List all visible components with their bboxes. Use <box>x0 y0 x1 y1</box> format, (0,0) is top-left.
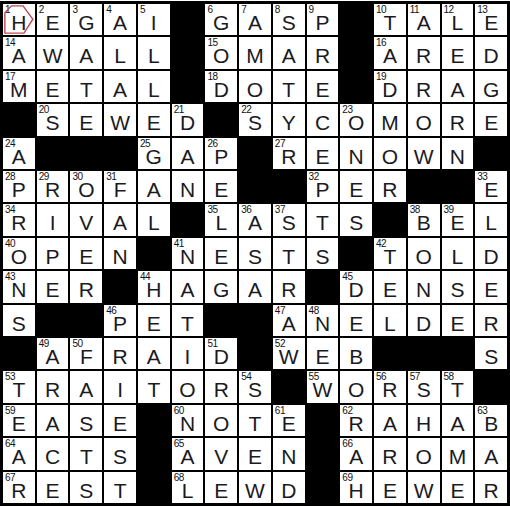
cell-r4c3[interactable]: E <box>70 104 102 135</box>
cell-r7c9[interactable]: 37S <box>273 204 305 235</box>
cell-r7c7[interactable]: 35L <box>205 204 237 235</box>
cell-r4c9[interactable]: Y <box>273 104 305 135</box>
cell-letter: O <box>408 446 440 468</box>
cell-letter: R <box>374 379 406 401</box>
cell-r3c10[interactable]: E <box>307 71 339 102</box>
cell-r8c1[interactable]: 40O <box>3 238 35 269</box>
cell-letter: S <box>273 212 305 234</box>
cell-r14c8[interactable]: E <box>239 438 271 469</box>
cell-letter: D <box>374 79 406 101</box>
cell-r6c2[interactable]: 29R <box>37 171 69 202</box>
cell-letter: P <box>307 12 339 34</box>
cell-letter: O <box>408 246 440 268</box>
cell-r5c7[interactable]: 26P <box>205 138 237 169</box>
cell-r10c11[interactable]: E <box>340 305 372 336</box>
cell-r13c11[interactable]: 62R <box>340 405 372 436</box>
cell-r11c9[interactable]: 52W <box>273 338 305 369</box>
black-cell-r6c8 <box>239 171 271 202</box>
black-cell-r10c7 <box>205 305 237 336</box>
cell-letter: S <box>273 12 305 34</box>
cell-r4c13[interactable]: O <box>408 104 440 135</box>
cell-r2c14[interactable]: E <box>442 37 474 68</box>
cell-letter: R <box>3 212 35 234</box>
cell-r2c7[interactable]: 15O <box>205 37 237 68</box>
cell-r1c13[interactable]: 11A <box>408 4 440 35</box>
cell-r3c7[interactable]: 18D <box>205 71 237 102</box>
cell-r6c1[interactable]: 28P <box>3 171 35 202</box>
cell-r10c4[interactable]: 46P <box>104 305 136 336</box>
cell-r13c6[interactable]: 60N <box>172 405 204 436</box>
cell-letter: A <box>172 279 204 301</box>
cell-r14c1[interactable]: 64A <box>3 438 35 469</box>
cell-r13c4[interactable]: E <box>104 405 136 436</box>
cell-letter: O <box>408 112 440 134</box>
cell-letter: R <box>475 480 507 502</box>
cell-r6c11[interactable]: E <box>340 171 372 202</box>
cell-r11c15[interactable]: S <box>475 338 507 369</box>
cell-r13c9[interactable]: 61E <box>273 405 305 436</box>
cell-letter: L <box>138 79 170 101</box>
cell-r15c4[interactable]: T <box>104 472 136 503</box>
cell-r11c5[interactable]: A <box>138 338 170 369</box>
cell-r4c10[interactable]: C <box>307 104 339 135</box>
cell-letter: G <box>205 279 237 301</box>
cell-r2c12[interactable]: 16A <box>374 37 406 68</box>
cell-r7c15[interactable]: L <box>475 204 507 235</box>
cell-r9c7[interactable]: G <box>205 271 237 302</box>
cell-letter: E <box>37 12 69 34</box>
cell-r1c2[interactable]: 2E <box>37 4 69 35</box>
cell-r8c6[interactable]: 41N <box>172 238 204 269</box>
cell-r9c15[interactable]: E <box>475 271 507 302</box>
cell-letter: P <box>3 179 35 201</box>
cell-r6c4[interactable]: 31F <box>104 171 136 202</box>
cell-letter: N <box>172 246 204 268</box>
cell-r4c6[interactable]: 21D <box>172 104 204 135</box>
black-cell-r15c5 <box>138 472 170 503</box>
cell-letter: A <box>104 79 136 101</box>
cell-r12c1[interactable]: 53T <box>3 371 35 402</box>
cell-r9c13[interactable]: N <box>408 271 440 302</box>
cell-letter: A <box>3 146 35 168</box>
cell-r15c3[interactable]: S <box>70 472 102 503</box>
black-cell-r10c3 <box>70 305 102 336</box>
cell-r12c11[interactable]: O <box>340 371 372 402</box>
cell-r13c8[interactable]: T <box>239 405 271 436</box>
black-cell-r12c15 <box>475 371 507 402</box>
cell-r4c5[interactable]: E <box>138 104 170 135</box>
cell-r9c12[interactable]: E <box>374 271 406 302</box>
cell-r1c5[interactable]: 5I <box>138 4 170 35</box>
cell-letter: I <box>104 379 136 401</box>
cell-r2c9[interactable]: A <box>273 37 305 68</box>
cell-letter: H <box>340 480 372 502</box>
cell-r13c7[interactable]: O <box>205 405 237 436</box>
cell-letter: A <box>239 212 271 234</box>
cell-r8c7[interactable]: E <box>205 238 237 269</box>
cell-r2c13[interactable]: R <box>408 37 440 68</box>
cell-letter: E <box>340 313 372 335</box>
cell-r6c7[interactable]: E <box>205 171 237 202</box>
cell-letter: R <box>3 480 35 502</box>
cell-r1c14[interactable]: 12L <box>442 4 474 35</box>
cell-letter: R <box>340 413 372 435</box>
cell-r4c4[interactable]: W <box>104 104 136 135</box>
cell-r6c15[interactable]: 33E <box>475 171 507 202</box>
cell-r5c11[interactable]: N <box>340 138 372 169</box>
cell-r8c14[interactable]: L <box>442 238 474 269</box>
black-cell-r4c7 <box>205 104 237 135</box>
cell-letter: D <box>205 79 237 101</box>
cell-letter: E <box>307 346 339 368</box>
cell-r7c5[interactable]: L <box>138 204 170 235</box>
cell-r13c15[interactable]: 63B <box>475 405 507 436</box>
cell-letter: A <box>104 12 136 34</box>
cell-letter: L <box>172 480 204 502</box>
cell-letter: R <box>205 379 237 401</box>
black-cell-r6c9 <box>273 171 305 202</box>
cell-r2c8[interactable]: M <box>239 37 271 68</box>
cell-r9c11[interactable]: 45D <box>340 271 372 302</box>
cell-r9c6[interactable]: A <box>172 271 204 302</box>
cell-letter: P <box>37 246 69 268</box>
cell-r5c13[interactable]: W <box>408 138 440 169</box>
cell-r6c5[interactable]: A <box>138 171 170 202</box>
black-cell-r6c13 <box>408 171 440 202</box>
cell-r12c12[interactable]: 56R <box>374 371 406 402</box>
black-cell-r1c11 <box>340 4 372 35</box>
cell-letter: M <box>374 112 406 134</box>
cell-r9c5[interactable]: 44H <box>138 271 170 302</box>
cell-r15c1[interactable]: 67R <box>3 472 35 503</box>
cell-r7c8[interactable]: 36A <box>239 204 271 235</box>
cell-letter: S <box>239 246 271 268</box>
cell-r1c7[interactable]: 6G <box>205 4 237 35</box>
cell-letter: D <box>172 112 204 134</box>
cell-letter: A <box>70 379 102 401</box>
cell-r7c4[interactable]: A <box>104 204 136 235</box>
cell-letter: A <box>37 346 69 368</box>
cell-letter: T <box>239 413 271 435</box>
cell-r13c3[interactable]: S <box>70 405 102 436</box>
cell-r10c9[interactable]: 47A <box>273 305 305 336</box>
cell-letter: T <box>374 12 406 34</box>
cell-r3c9[interactable]: T <box>273 71 305 102</box>
cell-r1c1[interactable]: 1H <box>3 4 35 35</box>
cell-r2c1[interactable]: 14A <box>3 37 35 68</box>
black-cell-r11c8 <box>239 338 271 369</box>
cell-r9c9[interactable]: R <box>273 271 305 302</box>
cell-letter: R <box>442 112 474 134</box>
cell-r3c13[interactable]: R <box>408 71 440 102</box>
cell-r4c12[interactable]: M <box>374 104 406 135</box>
cell-r15c8[interactable]: W <box>239 472 271 503</box>
cell-letter: O <box>340 379 372 401</box>
cell-r12c3[interactable]: A <box>70 371 102 402</box>
cell-r5c1[interactable]: 24A <box>3 138 35 169</box>
cell-r11c4[interactable]: R <box>104 338 136 369</box>
cell-r6c10[interactable]: 32P <box>307 171 339 202</box>
cell-letter: A <box>70 45 102 67</box>
cell-r11c3[interactable]: 50F <box>70 338 102 369</box>
cell-r1c4[interactable]: 4A <box>104 4 136 35</box>
black-cell-r11c14 <box>442 338 474 369</box>
cell-letter: T <box>273 246 305 268</box>
black-cell-r5c2 <box>37 138 69 169</box>
cell-r14c3[interactable]: T <box>70 438 102 469</box>
cell-letter: S <box>239 379 271 401</box>
active-cell-cursor-across-icon <box>3 4 35 35</box>
cell-letter: N <box>408 279 440 301</box>
cell-letter: S <box>37 112 69 134</box>
black-cell-r5c8 <box>239 138 271 169</box>
cell-letter: A <box>273 45 305 67</box>
cell-letter: T <box>70 446 102 468</box>
cell-r1c15[interactable]: 13E <box>475 4 507 35</box>
cell-letter: P <box>307 179 339 201</box>
cell-letter: R <box>374 179 406 201</box>
cell-r13c2[interactable]: A <box>37 405 69 436</box>
cell-letter: E <box>442 480 474 502</box>
cell-letter: A <box>475 446 507 468</box>
cell-r3c15[interactable]: G <box>475 71 507 102</box>
black-cell-r5c15 <box>475 138 507 169</box>
cell-r7c10[interactable]: T <box>307 204 339 235</box>
cell-r5c6[interactable]: A <box>172 138 204 169</box>
cell-r7c3[interactable]: V <box>70 204 102 235</box>
cell-letter: L <box>205 212 237 234</box>
cell-r15c11[interactable]: 69H <box>340 472 372 503</box>
cell-r5c12[interactable]: O <box>374 138 406 169</box>
cell-r3c8[interactable]: O <box>239 71 271 102</box>
cell-letter: E <box>104 413 136 435</box>
cell-r5c14[interactable]: N <box>442 138 474 169</box>
cell-r8c4[interactable]: N <box>104 238 136 269</box>
cell-letter: T <box>374 246 406 268</box>
cell-r15c14[interactable]: E <box>442 472 474 503</box>
cell-r14c13[interactable]: O <box>408 438 440 469</box>
cell-letter: T <box>3 379 35 401</box>
cell-r6c6[interactable]: N <box>172 171 204 202</box>
cell-r15c15[interactable]: R <box>475 472 507 503</box>
cell-r5c9[interactable]: 27R <box>273 138 305 169</box>
cell-r8c12[interactable]: 42T <box>374 238 406 269</box>
cell-r1c3[interactable]: 3G <box>70 4 102 35</box>
cell-r10c10[interactable]: 48N <box>307 305 339 336</box>
cell-r5c10[interactable]: E <box>307 138 339 169</box>
cell-r2c4[interactable]: L <box>104 37 136 68</box>
black-cell-r3c6 <box>172 71 204 102</box>
cell-r14c9[interactable]: N <box>273 438 305 469</box>
cell-r12c4[interactable]: I <box>104 371 136 402</box>
black-cell-r6c14 <box>442 171 474 202</box>
cell-r7c1[interactable]: 34R <box>3 204 35 235</box>
cell-r4c11[interactable]: 23O <box>340 104 372 135</box>
cell-r10c14[interactable]: E <box>442 305 474 336</box>
black-cell-r9c4 <box>104 271 136 302</box>
cell-r2c10[interactable]: R <box>307 37 339 68</box>
cell-r14c12[interactable]: R <box>374 438 406 469</box>
cell-r6c3[interactable]: 30O <box>70 171 102 202</box>
cell-letter: S <box>442 279 474 301</box>
cell-r14c14[interactable]: M <box>442 438 474 469</box>
cell-r15c7[interactable]: E <box>205 472 237 503</box>
cell-letter: E <box>442 212 474 234</box>
cell-r15c12[interactable]: E <box>374 472 406 503</box>
cell-r14c15[interactable]: A <box>475 438 507 469</box>
cell-letter: F <box>104 179 136 201</box>
cell-letter: H <box>408 413 440 435</box>
cell-letter: S <box>3 313 35 335</box>
cell-r3c1[interactable]: 17M <box>3 71 35 102</box>
black-cell-r2c6 <box>172 37 204 68</box>
cell-r11c10[interactable]: E <box>307 338 339 369</box>
cell-letter: V <box>205 446 237 468</box>
cell-letter: O <box>205 413 237 435</box>
cell-r4c15[interactable]: E <box>475 104 507 135</box>
cell-letter: L <box>374 313 406 335</box>
cell-r1c12[interactable]: 10T <box>374 4 406 35</box>
cell-r14c2[interactable]: C <box>37 438 69 469</box>
cell-r7c13[interactable]: 38B <box>408 204 440 235</box>
cell-letter: L <box>442 12 474 34</box>
cell-r9c2[interactable]: E <box>37 271 69 302</box>
cell-r14c11[interactable]: 66A <box>340 438 372 469</box>
cell-r12c14[interactable]: 58T <box>442 371 474 402</box>
cell-r9c14[interactable]: S <box>442 271 474 302</box>
cell-letter: E <box>138 313 170 335</box>
cell-r3c12[interactable]: 19D <box>374 71 406 102</box>
cell-r12c6[interactable]: O <box>172 371 204 402</box>
cell-r9c3[interactable]: R <box>70 271 102 302</box>
cell-r14c6[interactable]: 65A <box>172 438 204 469</box>
cell-r13c12[interactable]: A <box>374 405 406 436</box>
cell-r8c3[interactable]: E <box>70 238 102 269</box>
cell-letter: E <box>239 446 271 468</box>
cell-r8c9[interactable]: T <box>273 238 305 269</box>
cell-letter: R <box>37 379 69 401</box>
cell-letter: P <box>205 146 237 168</box>
cell-letter: T <box>307 212 339 234</box>
cell-r15c2[interactable]: E <box>37 472 69 503</box>
cell-r10c12[interactable]: L <box>374 305 406 336</box>
cell-r2c3[interactable]: A <box>70 37 102 68</box>
cell-r8c15[interactable]: D <box>475 238 507 269</box>
cell-letter: R <box>273 279 305 301</box>
cell-r12c13[interactable]: 57S <box>408 371 440 402</box>
cell-letter: L <box>138 45 170 67</box>
cell-r12c10[interactable]: 55W <box>307 371 339 402</box>
cell-r7c2[interactable]: I <box>37 204 69 235</box>
cell-letter: E <box>374 279 406 301</box>
cell-r7c11[interactable]: S <box>340 204 372 235</box>
cell-r8c10[interactable]: S <box>307 238 339 269</box>
cell-letter: B <box>408 212 440 234</box>
cell-r3c14[interactable]: A <box>442 71 474 102</box>
cell-r7c14[interactable]: 39E <box>442 204 474 235</box>
cell-r3c5[interactable]: L <box>138 71 170 102</box>
cell-r10c15[interactable]: R <box>475 305 507 336</box>
cell-letter: A <box>3 45 35 67</box>
cell-r1c9[interactable]: 8S <box>273 4 305 35</box>
cell-letter: N <box>172 413 204 435</box>
cell-letter: E <box>205 179 237 201</box>
cell-r12c5[interactable]: T <box>138 371 170 402</box>
cell-r1c8[interactable]: 7A <box>239 4 271 35</box>
cell-r2c5[interactable]: L <box>138 37 170 68</box>
cell-r14c7[interactable]: V <box>205 438 237 469</box>
cell-r1c10[interactable]: 9P <box>307 4 339 35</box>
cell-letter: N <box>172 179 204 201</box>
cell-letter: T <box>138 379 170 401</box>
cell-r12c8[interactable]: 54S <box>239 371 271 402</box>
cell-r11c7[interactable]: 51D <box>205 338 237 369</box>
cell-r11c11[interactable]: B <box>340 338 372 369</box>
cell-r2c15[interactable]: D <box>475 37 507 68</box>
cell-r11c2[interactable]: 49A <box>37 338 69 369</box>
cell-r6c12[interactable]: R <box>374 171 406 202</box>
cell-r15c9[interactable]: D <box>273 472 305 503</box>
cell-r9c8[interactable]: A <box>239 271 271 302</box>
cell-r11c6[interactable]: I <box>172 338 204 369</box>
cell-r3c3[interactable]: T <box>70 71 102 102</box>
cell-r9c1[interactable]: 43N <box>3 271 35 302</box>
cell-r14c4[interactable]: S <box>104 438 136 469</box>
cell-letter: E <box>374 480 406 502</box>
cell-r12c7[interactable]: R <box>205 371 237 402</box>
cell-letter: A <box>3 446 35 468</box>
cell-r12c2[interactable]: R <box>37 371 69 402</box>
cell-letter: R <box>475 313 507 335</box>
cell-letter: W <box>273 346 305 368</box>
cell-r3c2[interactable]: E <box>37 71 69 102</box>
cell-letter: R <box>307 45 339 67</box>
cell-r8c13[interactable]: O <box>408 238 440 269</box>
cell-letter: W <box>37 45 69 67</box>
cell-r10c1[interactable]: S <box>3 305 35 336</box>
cell-letter: A <box>138 179 170 201</box>
cell-r2c2[interactable]: W <box>37 37 69 68</box>
cell-letter: A <box>374 413 406 435</box>
black-cell-r12c9 <box>273 371 305 402</box>
cell-r13c1[interactable]: 59E <box>3 405 35 436</box>
cell-r8c8[interactable]: S <box>239 238 271 269</box>
cell-r4c14[interactable]: R <box>442 104 474 135</box>
cell-letter: O <box>172 379 204 401</box>
cell-r5c5[interactable]: 25G <box>138 138 170 169</box>
cell-r13c13[interactable]: H <box>408 405 440 436</box>
cell-letter: E <box>70 112 102 134</box>
cell-letter: S <box>475 346 507 368</box>
cell-letter: O <box>70 179 102 201</box>
cell-letter: E <box>205 246 237 268</box>
cell-r4c8[interactable]: 22S <box>239 104 271 135</box>
cell-r15c6[interactable]: 68L <box>172 472 204 503</box>
cell-r8c2[interactable]: P <box>37 238 69 269</box>
cell-r10c13[interactable]: D <box>408 305 440 336</box>
cell-r10c5[interactable]: E <box>138 305 170 336</box>
cell-letter: A <box>239 12 271 34</box>
cell-r4c2[interactable]: 20S <box>37 104 69 135</box>
black-cell-r11c12 <box>374 338 406 369</box>
cell-r13c14[interactable]: A <box>442 405 474 436</box>
cell-r10c6[interactable]: T <box>172 305 204 336</box>
cell-letter: A <box>408 12 440 34</box>
cell-letter: G <box>475 79 507 101</box>
cell-r3c4[interactable]: A <box>104 71 136 102</box>
cell-r15c13[interactable]: W <box>408 472 440 503</box>
cell-letter: D <box>273 480 305 502</box>
